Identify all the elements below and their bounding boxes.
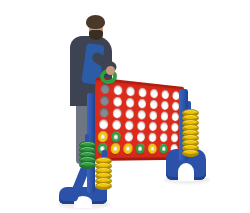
board-hole bbox=[137, 121, 145, 131]
board-hole bbox=[160, 122, 168, 131]
board-cell bbox=[96, 130, 110, 142]
board-hole bbox=[99, 119, 108, 129]
board-cell bbox=[111, 95, 124, 108]
board-cell bbox=[111, 84, 124, 97]
board-cell bbox=[135, 131, 147, 142]
board-cell bbox=[147, 121, 159, 132]
board-cell bbox=[123, 119, 136, 131]
yellow-ring-piece bbox=[98, 131, 108, 142]
board-cell bbox=[136, 98, 148, 110]
board-cell bbox=[109, 142, 122, 154]
board-cell bbox=[124, 97, 137, 109]
board-cell bbox=[146, 143, 158, 154]
player-hand bbox=[106, 66, 115, 75]
board-hole bbox=[138, 88, 146, 98]
board-hole bbox=[161, 101, 169, 110]
board-hole bbox=[138, 110, 146, 120]
board-cell bbox=[97, 106, 111, 119]
yellow-ring-piece bbox=[124, 143, 133, 154]
player-beard bbox=[89, 30, 103, 40]
board-cell bbox=[148, 99, 160, 111]
yellow-ring bbox=[182, 149, 199, 157]
board-hole bbox=[124, 132, 133, 142]
green-ring bbox=[79, 161, 96, 169]
board-cell bbox=[134, 143, 146, 154]
tray-green-rings-left bbox=[79, 141, 96, 169]
board-hole bbox=[99, 107, 108, 117]
green-ring-piece bbox=[136, 143, 145, 153]
board-hole bbox=[113, 85, 122, 95]
board-hole bbox=[150, 100, 158, 110]
board-cell bbox=[136, 109, 148, 121]
board-hole bbox=[162, 90, 170, 100]
board-hole bbox=[112, 120, 121, 130]
board-hole bbox=[149, 111, 157, 121]
board-hole bbox=[137, 132, 145, 141]
board-hole bbox=[149, 122, 157, 131]
board-cell bbox=[122, 142, 135, 154]
board-cell bbox=[159, 121, 170, 132]
board-cell bbox=[97, 94, 111, 107]
board-hole bbox=[112, 108, 121, 118]
green-ring-piece bbox=[159, 143, 167, 153]
yellow-ring-piece bbox=[148, 143, 157, 153]
product-photo-giant-connect-four bbox=[0, 0, 250, 213]
player-hair bbox=[86, 15, 105, 29]
board-cell bbox=[96, 118, 110, 130]
board-hole bbox=[100, 84, 109, 95]
board-cell bbox=[110, 107, 123, 119]
tray-yellow-rings-left bbox=[95, 157, 112, 190]
board-hole bbox=[171, 133, 178, 142]
board-grid bbox=[95, 82, 181, 154]
board-hole bbox=[100, 95, 109, 106]
board-cell bbox=[159, 110, 170, 121]
board-cell bbox=[147, 132, 159, 143]
board-hole bbox=[160, 133, 168, 142]
board-hole bbox=[172, 123, 179, 132]
board-hole bbox=[149, 133, 157, 142]
board-cell bbox=[135, 120, 147, 132]
connect-four-board bbox=[92, 77, 184, 161]
board-cell bbox=[109, 131, 122, 143]
board-hole bbox=[125, 109, 134, 119]
board-cell bbox=[122, 131, 135, 143]
board-cell bbox=[159, 100, 170, 112]
yellow-ring-piece bbox=[111, 143, 121, 154]
green-ring-piece bbox=[111, 131, 121, 142]
tray-yellow-rings-right bbox=[182, 109, 199, 157]
board-hole bbox=[161, 111, 169, 120]
board-cell bbox=[147, 110, 159, 122]
board-hole bbox=[126, 86, 135, 96]
yellow-ring bbox=[95, 182, 112, 190]
board-cell bbox=[123, 108, 136, 120]
board-hole bbox=[113, 97, 122, 107]
board-cell bbox=[158, 132, 169, 143]
board-cell bbox=[110, 119, 123, 131]
board-hole bbox=[126, 98, 135, 108]
board-hole bbox=[138, 99, 146, 109]
board-hole bbox=[125, 120, 134, 130]
board-hole bbox=[150, 89, 158, 99]
